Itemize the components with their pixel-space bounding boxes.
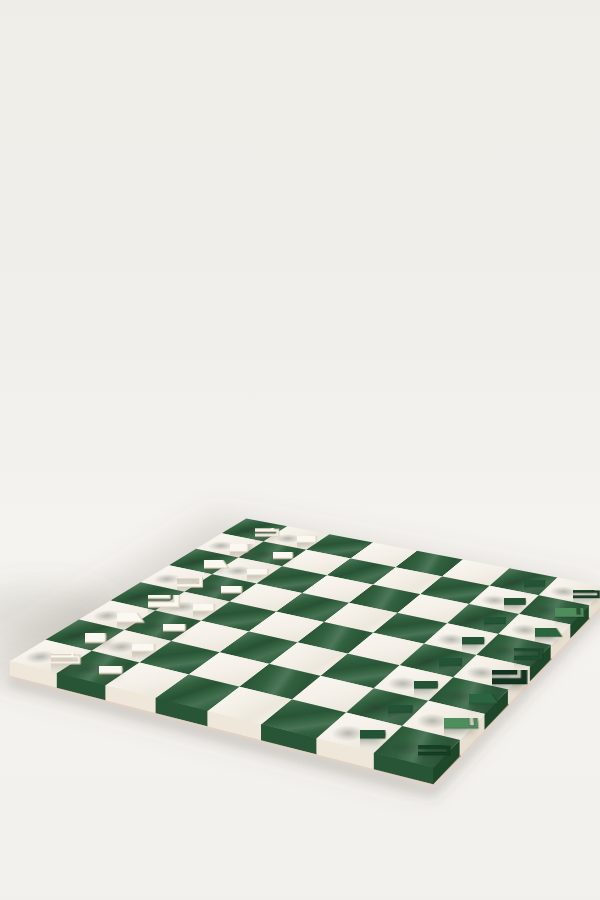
square-h8: ♜ — [374, 726, 460, 768]
chess-set-photo: ♜♟♟♜♞♟♟♞♝♟♟♝♛♟♟♛♚♟♟♚♝♟♟♝♞♟♟♞♜♟♟♜ — [0, 0, 600, 900]
board-side-edges — [0, 0, 600, 900]
